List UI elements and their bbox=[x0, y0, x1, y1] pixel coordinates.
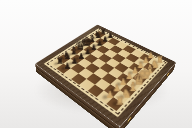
piece-white-rook: ♜ bbox=[107, 96, 132, 107]
chess-board: ♜♞♝♛♚♝♞♜♟♟♟♟♟♟♟♟♟♟♟♟♟♟♟♟♜♞♝♛♚♝♞♜ bbox=[35, 25, 176, 128]
product-photo: ♜♞♝♛♚♝♞♜♟♟♟♟♟♟♟♟♟♟♟♟♟♟♟♟♜♞♝♛♚♝♞♜ bbox=[0, 0, 192, 128]
scene: ♜♞♝♛♚♝♞♜♟♟♟♟♟♟♟♟♟♟♟♟♟♟♟♟♜♞♝♛♚♝♞♜ bbox=[0, 0, 192, 128]
brass-clasp-icon bbox=[127, 117, 131, 123]
piece-black-pawn: ♟ bbox=[56, 62, 77, 70]
brass-clasp-icon bbox=[167, 72, 170, 77]
